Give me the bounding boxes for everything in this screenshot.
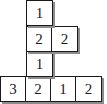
grid-cell-r1c2: 1 xyxy=(27,1,52,25)
grid-cell-r3c2: 1 xyxy=(27,52,52,76)
grid-cell-r2c3: 2 xyxy=(52,27,77,51)
row-box-2: 22 xyxy=(26,26,78,52)
grid-cell-r2c2: 2 xyxy=(27,27,52,51)
puzzle-board: 12213212 xyxy=(0,0,107,104)
grid-cell-r4c1: 3 xyxy=(1,77,26,101)
row-box-4: 3212 xyxy=(0,76,102,102)
grid-cell-r4c2: 2 xyxy=(26,77,51,101)
grid-cell-r4c3: 1 xyxy=(51,77,76,101)
row-box-1: 1 xyxy=(26,0,53,26)
grid-cell-r4c4: 2 xyxy=(76,77,101,101)
row-box-3: 1 xyxy=(26,51,53,77)
